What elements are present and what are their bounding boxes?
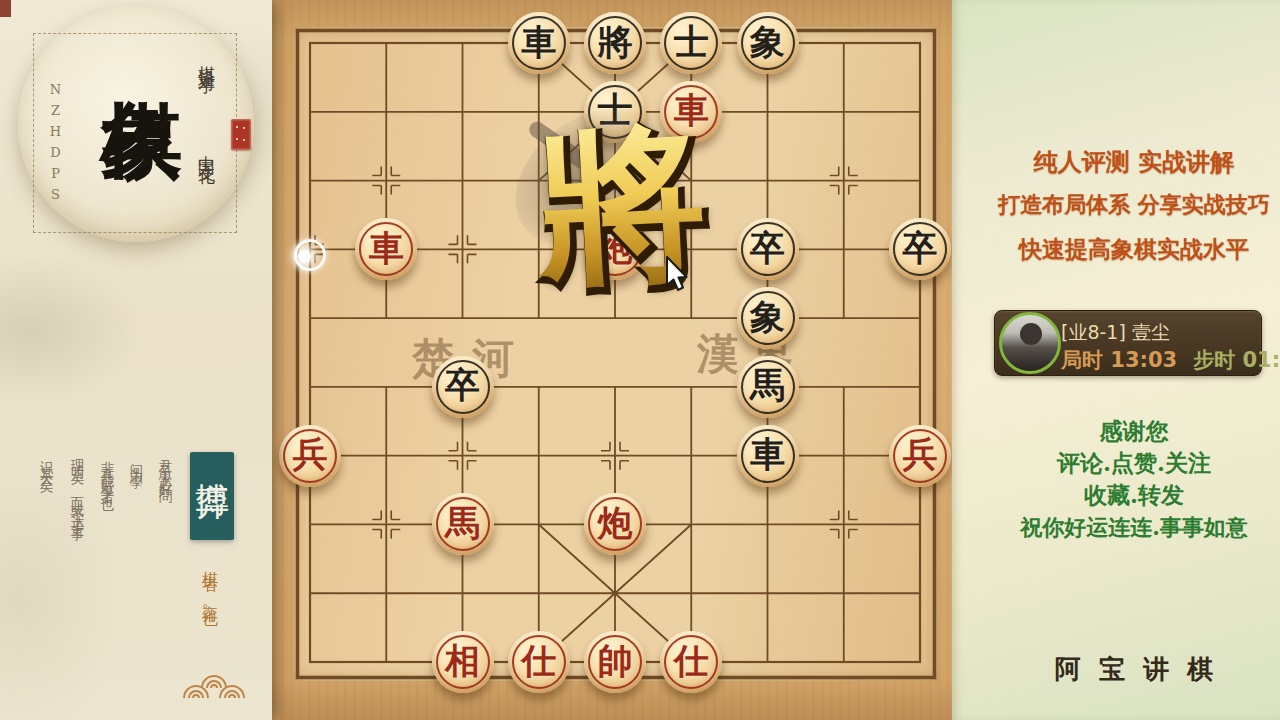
slogan-column-1: 棋逢对手 — [196, 52, 219, 68]
left-decor-panel: 象棋 NZHDPS 棋逢对手 中国文化 君子學必好問。 问为學， 非真能好學者也… — [0, 0, 272, 720]
thanks-line-2: 评论.点赞.关注 — [984, 448, 1280, 479]
corner-seal-mark — [0, 0, 11, 17]
piece-black-elephant-g6[interactable]: 象 — [737, 287, 799, 349]
poem-column-5: 识其大矣， — [38, 450, 56, 494]
mouse-cursor — [666, 256, 694, 296]
piece-glyph: 相 — [445, 638, 480, 685]
piece-black-soldier-g7[interactable]: 卒 — [737, 218, 799, 280]
player-timers: 局时 13:03 步时 01:30 — [1061, 346, 1280, 374]
thanks-line-1: 感谢您 — [984, 416, 1280, 447]
piece-glyph: 炮 — [598, 500, 633, 547]
piece-glyph: 士 — [598, 87, 633, 134]
piece-glyph: 帥 — [598, 638, 633, 685]
piece-red-elephant-c1[interactable]: 相 — [432, 631, 494, 693]
piece-glyph: 車 — [750, 431, 785, 478]
piece-glyph: 馬 — [445, 500, 480, 547]
piece-glyph: 車 — [521, 19, 556, 66]
piece-black-soldier-i7[interactable]: 卒 — [889, 218, 951, 280]
piece-glyph: 車 — [369, 225, 404, 272]
xiangqi-board[interactable]: 楚河 漢界 車將士象士卒卒象卒馬車車車炮兵兵馬炮相仕帥仕 將 將 — [272, 0, 952, 720]
piece-glyph: 象 — [750, 19, 785, 66]
piece-glyph: 士 — [674, 19, 709, 66]
piece-glyph: 卒 — [445, 362, 480, 409]
piece-red-advisor-f1[interactable]: 仕 — [660, 631, 722, 693]
player-name: [业8-1] 壹尘 — [1061, 320, 1170, 346]
piece-black-elephant-g10[interactable]: 象 — [737, 12, 799, 74]
boyi-label-box: 博弈 — [190, 452, 234, 540]
piece-black-horse-g5[interactable]: 馬 — [737, 356, 799, 418]
player-avatar[interactable] — [999, 312, 1061, 374]
piece-glyph: 象 — [750, 294, 785, 341]
piece-red-horse-c3[interactable]: 馬 — [432, 493, 494, 555]
piece-black-advisor-e9[interactable]: 士 — [584, 81, 646, 143]
piece-black-soldier-c5[interactable]: 卒 — [432, 356, 494, 418]
piece-red-general-e1[interactable]: 帥 — [584, 631, 646, 693]
piece-black-advisor-f10[interactable]: 士 — [660, 12, 722, 74]
promo-line-1: 纯人评测 实战讲解 — [984, 146, 1280, 178]
piece-glyph: 炮 — [598, 225, 633, 272]
game-time: 局时 13:03 — [1061, 346, 1177, 374]
piece-glyph: 仕 — [521, 638, 556, 685]
piece-red-chariot-f9[interactable]: 車 — [660, 81, 722, 143]
channel-title: 阿宝讲棋 — [984, 652, 1280, 687]
piece-red-cannon-e3[interactable]: 炮 — [584, 493, 646, 555]
poem-column-4: 理明矣，而或不达于事， — [69, 448, 87, 541]
piece-glyph: 兵 — [293, 431, 328, 478]
piece-red-cannon-e7[interactable]: 炮 — [584, 218, 646, 280]
player-info-bar[interactable]: [业8-1] 壹尘 局时 13:03 步时 01:30 — [994, 310, 1262, 376]
red-seal-stamp — [231, 119, 251, 150]
piece-layer: 車將士象士卒卒象卒馬車車車炮兵兵馬炮相仕帥仕 — [272, 0, 952, 720]
thanks-line-4: 祝你好运连连.事事如意 — [984, 513, 1280, 543]
piece-glyph: 卒 — [903, 225, 938, 272]
poem-column-2: 问为學， — [128, 452, 146, 490]
last-move-target-ring — [294, 239, 326, 271]
poem-column-3: 非真能好學者也， — [99, 450, 117, 512]
logo-latin-nzhdps: NZHDPS — [48, 82, 63, 208]
promo-line-3: 快速提高象棋实战水平 — [984, 234, 1280, 265]
boyi-caption: 棋者.弈也。 — [199, 558, 220, 623]
piece-black-chariot-g4[interactable]: 車 — [737, 425, 799, 487]
piece-glyph: 將 — [598, 19, 633, 66]
thanks-line-3: 收藏.转发 — [984, 480, 1280, 511]
piece-glyph: 卒 — [750, 225, 785, 272]
piece-red-soldier-a4[interactable]: 兵 — [279, 425, 341, 487]
slogan-column-2: 中国文化 — [196, 142, 219, 158]
xiangqi-app: 象棋 NZHDPS 棋逢对手 中国文化 君子學必好問。 问为學， 非真能好學者也… — [0, 0, 1280, 720]
piece-glyph: 仕 — [674, 638, 709, 685]
wave-cloud-icon — [182, 662, 246, 704]
promo-line-2: 打造布局体系 分享实战技巧 — [984, 190, 1280, 220]
piece-glyph: 車 — [674, 87, 709, 134]
move-time: 步时 01:30 — [1193, 346, 1280, 374]
right-info-panel: 纯人评测 实战讲解 打造布局体系 分享实战技巧 快速提高象棋实战水平 [业8-1… — [952, 0, 1280, 720]
piece-red-advisor-d1[interactable]: 仕 — [508, 631, 570, 693]
piece-red-soldier-i4[interactable]: 兵 — [889, 425, 951, 487]
poem-column-1: 君子學必好問。 — [157, 448, 175, 504]
piece-black-chariot-d10[interactable]: 車 — [508, 12, 570, 74]
piece-red-chariot-b7[interactable]: 車 — [355, 218, 417, 280]
piece-black-general-e10[interactable]: 將 — [584, 12, 646, 74]
piece-glyph: 馬 — [750, 362, 785, 409]
piece-glyph: 兵 — [903, 431, 938, 478]
